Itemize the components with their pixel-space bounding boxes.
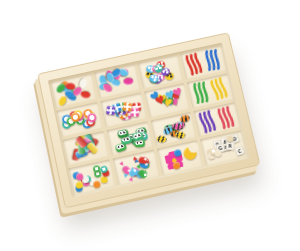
compartment-r2c3: ♥♥♥♥♥♥♥♥♥♥♥ <box>143 83 189 118</box>
alphabet-cube-bead: C <box>234 146 245 156</box>
round-bead <box>92 180 100 188</box>
bee-bead <box>156 135 166 143</box>
round-bead <box>214 149 222 157</box>
compartment-r2c2 <box>100 92 146 127</box>
cube-letter: R <box>226 141 234 149</box>
compartment-r4c3 <box>156 140 203 175</box>
alphabet-cube-bead: R <box>226 141 234 149</box>
bee-bead <box>175 132 185 139</box>
compartment-r4c4: ABCDEGR <box>200 130 247 165</box>
plaid-cube-bead <box>122 102 132 112</box>
compartment-r4c1 <box>68 160 115 196</box>
compartment-r2c1 <box>56 102 102 137</box>
moon-cutout <box>187 142 199 154</box>
compartment-r4c2 <box>112 150 159 185</box>
threading-cord <box>216 104 238 134</box>
threading-cord <box>192 80 211 108</box>
round-bead <box>100 176 108 184</box>
plaid-cube-bead <box>105 105 115 115</box>
wooden-bead-box: ♥♥♥♥♥♥♥♥♥♥♥ABCDEGR <box>37 32 260 208</box>
fish-bead <box>135 155 149 163</box>
fish-body <box>139 156 149 164</box>
cube-letter: C <box>234 146 245 156</box>
product-photo-scene: ♥♥♥♥♥♥♥♥♥♥♥ABCDEGR <box>0 0 300 251</box>
moon-bead <box>182 146 198 162</box>
oval-bead <box>123 78 134 86</box>
threading-cord <box>184 51 206 79</box>
compartment-r2c4 <box>187 73 233 108</box>
threading-cord <box>208 75 231 105</box>
compartment-grid: ♥♥♥♥♥♥♥♥♥♥♥ABCDEGR <box>48 43 250 198</box>
threading-cord <box>204 48 222 76</box>
